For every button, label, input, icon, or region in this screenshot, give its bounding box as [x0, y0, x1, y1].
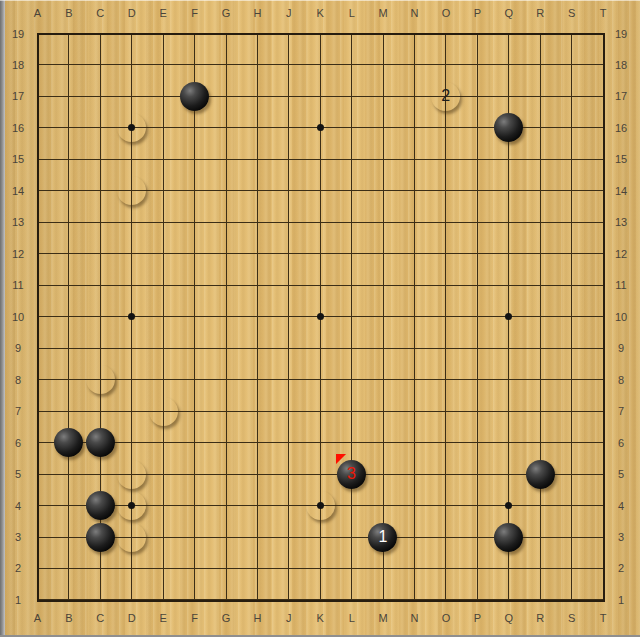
stone-white-D16 — [117, 113, 146, 142]
stone-black-Q3 — [494, 523, 523, 552]
stone-white-K4 — [306, 491, 335, 520]
move-number-3: 3 — [347, 465, 356, 483]
stone-black-Q16 — [494, 113, 523, 142]
stone-white-D4 — [117, 491, 146, 520]
go-board[interactable]: ABCDEFGHJKLMNOPQRST ABCDEFGHJKLMNOPQRST … — [0, 0, 640, 635]
stone-white-O17: 2 — [431, 82, 460, 111]
stone-grid: 132 — [22, 18, 619, 616]
stone-black-L5: 3 — [337, 460, 366, 489]
stone-black-F17 — [180, 82, 209, 111]
stone-black-C6 — [86, 428, 115, 457]
stone-white-D5 — [117, 460, 146, 489]
move-number-2: 2 — [441, 87, 450, 105]
stone-black-R5 — [526, 460, 555, 489]
stone-white-D3 — [117, 523, 146, 552]
move-number-1: 1 — [379, 528, 388, 546]
window-left-edge — [0, 0, 5, 637]
stone-white-E7 — [149, 397, 178, 426]
stone-white-D14 — [117, 176, 146, 205]
stone-black-C4 — [86, 491, 115, 520]
stone-black-M3: 1 — [368, 523, 397, 552]
last-move-triangle-icon — [336, 454, 347, 465]
window-top-edge — [0, 0, 640, 1]
stone-white-C8 — [86, 365, 115, 394]
stone-black-C3 — [86, 523, 115, 552]
stone-black-B6 — [54, 428, 83, 457]
go-board-window: ABCDEFGHJKLMNOPQRST ABCDEFGHJKLMNOPQRST … — [0, 0, 640, 637]
